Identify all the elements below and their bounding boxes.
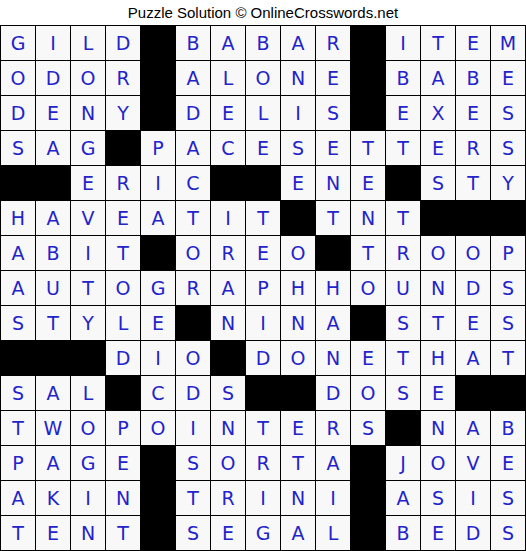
block-cell-r5c1 <box>1 166 36 201</box>
letter-cell-r10c4: D <box>106 341 141 376</box>
letter-cell-r6c12: T <box>386 201 421 236</box>
letter-cell-r8c1: A <box>1 271 36 306</box>
letter-cell-r3c1: D <box>1 96 36 131</box>
letter-cell-r15c8: G <box>246 516 281 551</box>
letter-cell-r4c9: S <box>281 131 316 166</box>
letter-cell-r1c4: D <box>106 26 141 61</box>
block-cell-r14c5 <box>141 481 176 516</box>
letter-cell-r11c1: S <box>1 376 36 411</box>
letter-cell-r6c5: A <box>141 201 176 236</box>
letter-cell-r3c3: N <box>71 96 106 131</box>
letter-cell-r14c2: K <box>36 481 71 516</box>
letter-cell-r2c8: O <box>246 61 281 96</box>
block-cell-r15c5 <box>141 516 176 551</box>
letter-cell-r6c11: N <box>351 201 386 236</box>
letter-cell-r7c14: O <box>456 236 491 271</box>
letter-cell-r10c12: T <box>386 341 421 376</box>
letter-cell-r9c13: T <box>421 306 456 341</box>
block-cell-r1c11 <box>351 26 386 61</box>
letter-cell-r10c15: T <box>491 341 526 376</box>
letter-cell-r5c15: Y <box>491 166 526 201</box>
letter-cell-r5c14: T <box>456 166 491 201</box>
block-cell-r4c4 <box>106 131 141 166</box>
letter-cell-r10c8: D <box>246 341 281 376</box>
block-cell-r5c7 <box>211 166 246 201</box>
letter-cell-r2c10: E <box>316 61 351 96</box>
letter-cell-r14c3: I <box>71 481 106 516</box>
letter-cell-r4c6: A <box>176 131 211 166</box>
block-cell-r11c8 <box>246 376 281 411</box>
letter-cell-r11c13: E <box>421 376 456 411</box>
letter-cell-r1c8: B <box>246 26 281 61</box>
letter-cell-r4c15: S <box>491 131 526 166</box>
letter-cell-r5c10: N <box>316 166 351 201</box>
letter-cell-r12c3: O <box>71 411 106 446</box>
letter-cell-r7c3: I <box>71 236 106 271</box>
block-cell-r7c10 <box>316 236 351 271</box>
letter-cell-r1c9: A <box>281 26 316 61</box>
letter-cell-r2c12: B <box>386 61 421 96</box>
letter-cell-r8c15: S <box>491 271 526 306</box>
letter-cell-r7c6: O <box>176 236 211 271</box>
letter-cell-r6c2: A <box>36 201 71 236</box>
letter-cell-r11c7: S <box>211 376 246 411</box>
block-cell-r6c15 <box>491 201 526 236</box>
letter-cell-r13c10: A <box>316 446 351 481</box>
letter-cell-r8c13: N <box>421 271 456 306</box>
letter-cell-r11c2: A <box>36 376 71 411</box>
block-cell-r9c6 <box>176 306 211 341</box>
letter-cell-r15c13: E <box>421 516 456 551</box>
letter-cell-r14c13: S <box>421 481 456 516</box>
letter-cell-r7c1: A <box>1 236 36 271</box>
letter-cell-r3c12: E <box>386 96 421 131</box>
block-cell-r13c5 <box>141 446 176 481</box>
letter-cell-r13c7: O <box>211 446 246 481</box>
letter-cell-r7c7: R <box>211 236 246 271</box>
letter-cell-r7c8: E <box>246 236 281 271</box>
letter-cell-r9c14: E <box>456 306 491 341</box>
letter-cell-r10c11: E <box>351 341 386 376</box>
letter-cell-r14c1: A <box>1 481 36 516</box>
letter-cell-r13c2: A <box>36 446 71 481</box>
letter-cell-r13c8: R <box>246 446 281 481</box>
letter-cell-r15c4: T <box>106 516 141 551</box>
letter-cell-r13c4: E <box>106 446 141 481</box>
letter-cell-r9c7: N <box>211 306 246 341</box>
letter-cell-r8c12: U <box>386 271 421 306</box>
letter-cell-r13c12: J <box>386 446 421 481</box>
letter-cell-r9c8: I <box>246 306 281 341</box>
letter-cell-r7c12: R <box>386 236 421 271</box>
letter-cell-r4c14: R <box>456 131 491 166</box>
letter-cell-r12c2: W <box>36 411 71 446</box>
letter-cell-r7c15: P <box>491 236 526 271</box>
letter-cell-r4c5: P <box>141 131 176 166</box>
letter-cell-r9c9: N <box>281 306 316 341</box>
letter-cell-r14c15: S <box>491 481 526 516</box>
letter-cell-r1c14: E <box>456 26 491 61</box>
letter-cell-r2c1: O <box>1 61 36 96</box>
block-cell-r6c14 <box>456 201 491 236</box>
block-cell-r10c1 <box>1 341 36 376</box>
letter-cell-r8c2: U <box>36 271 71 306</box>
letter-cell-r3c8: L <box>246 96 281 131</box>
letter-cell-r2c6: A <box>176 61 211 96</box>
letter-cell-r4c13: E <box>421 131 456 166</box>
letter-cell-r4c1: S <box>1 131 36 166</box>
letter-cell-r15c15: S <box>491 516 526 551</box>
letter-cell-r5c5: I <box>141 166 176 201</box>
letter-cell-r12c10: R <box>316 411 351 446</box>
block-cell-r11c15 <box>491 376 526 411</box>
letter-cell-r14c6: T <box>176 481 211 516</box>
letter-cell-r10c10: N <box>316 341 351 376</box>
letter-cell-r13c1: P <box>1 446 36 481</box>
letter-cell-r8c10: H <box>316 271 351 306</box>
letter-cell-r4c12: T <box>386 131 421 166</box>
letter-cell-r2c13: A <box>421 61 456 96</box>
letter-cell-r12c15: B <box>491 411 526 446</box>
letter-cell-r12c8: T <box>246 411 281 446</box>
page-title: Puzzle Solution © OnlineCrosswords.net <box>0 0 526 25</box>
letter-cell-r6c7: I <box>211 201 246 236</box>
block-cell-r14c11 <box>351 481 386 516</box>
letter-cell-r15c7: E <box>211 516 246 551</box>
letter-cell-r3c6: D <box>176 96 211 131</box>
letter-cell-r8c11: O <box>351 271 386 306</box>
block-cell-r13c11 <box>351 446 386 481</box>
letter-cell-r14c7: R <box>211 481 246 516</box>
letter-cell-r12c14: A <box>456 411 491 446</box>
letter-cell-r1c7: A <box>211 26 246 61</box>
letter-cell-r15c3: N <box>71 516 106 551</box>
letter-cell-r12c7: N <box>211 411 246 446</box>
letter-cell-r3c14: E <box>456 96 491 131</box>
letter-cell-r13c13: O <box>421 446 456 481</box>
letter-cell-r12c4: P <box>106 411 141 446</box>
letter-cell-r6c8: T <box>246 201 281 236</box>
letter-cell-r8c14: D <box>456 271 491 306</box>
letter-cell-r13c14: V <box>456 446 491 481</box>
letter-cell-r3c2: E <box>36 96 71 131</box>
block-cell-r12c12 <box>386 411 421 446</box>
letter-cell-r15c14: D <box>456 516 491 551</box>
letter-cell-r2c2: D <box>36 61 71 96</box>
letter-cell-r6c3: V <box>71 201 106 236</box>
block-cell-r6c13 <box>421 201 456 236</box>
letter-cell-r12c9: E <box>281 411 316 446</box>
letter-cell-r7c4: T <box>106 236 141 271</box>
block-cell-r11c4 <box>106 376 141 411</box>
letter-cell-r12c6: I <box>176 411 211 446</box>
letter-cell-r9c12: S <box>386 306 421 341</box>
letter-cell-r15c2: E <box>36 516 71 551</box>
letter-cell-r3c4: Y <box>106 96 141 131</box>
letter-cell-r11c12: S <box>386 376 421 411</box>
block-cell-r2c11 <box>351 61 386 96</box>
letter-cell-r14c12: A <box>386 481 421 516</box>
block-cell-r10c7 <box>211 341 246 376</box>
letter-cell-r8c7: A <box>211 271 246 306</box>
letter-cell-r2c4: R <box>106 61 141 96</box>
letter-cell-r15c6: S <box>176 516 211 551</box>
letter-cell-r4c2: A <box>36 131 71 166</box>
letter-cell-r3c13: X <box>421 96 456 131</box>
crossword-solution-page: Puzzle Solution © OnlineCrosswords.net G… <box>0 0 526 551</box>
letter-cell-r9c1: S <box>1 306 36 341</box>
letter-cell-r5c13: S <box>421 166 456 201</box>
letter-cell-r4c10: E <box>316 131 351 166</box>
letter-cell-r14c10: I <box>316 481 351 516</box>
block-cell-r11c9 <box>281 376 316 411</box>
block-cell-r5c8 <box>246 166 281 201</box>
block-cell-r3c11 <box>351 96 386 131</box>
letter-cell-r15c9: A <box>281 516 316 551</box>
letter-cell-r1c2: I <box>36 26 71 61</box>
letter-cell-r11c5: C <box>141 376 176 411</box>
letter-cell-r1c13: T <box>421 26 456 61</box>
letter-cell-r1c1: G <box>1 26 36 61</box>
letter-cell-r8c6: R <box>176 271 211 306</box>
block-cell-r2c5 <box>141 61 176 96</box>
letter-cell-r8c4: O <box>106 271 141 306</box>
letter-cell-r3c10: S <box>316 96 351 131</box>
letter-cell-r4c7: C <box>211 131 246 166</box>
letter-cell-r5c3: E <box>71 166 106 201</box>
letter-cell-r11c6: D <box>176 376 211 411</box>
letter-cell-r9c10: A <box>316 306 351 341</box>
letter-cell-r8c9: H <box>281 271 316 306</box>
letter-cell-r9c2: T <box>36 306 71 341</box>
letter-cell-r5c6: C <box>176 166 211 201</box>
letter-cell-r9c4: L <box>106 306 141 341</box>
letter-cell-r5c9: E <box>281 166 316 201</box>
letter-cell-r13c9: T <box>281 446 316 481</box>
letter-cell-r12c1: T <box>1 411 36 446</box>
letter-cell-r4c3: G <box>71 131 106 166</box>
letter-cell-r10c6: O <box>176 341 211 376</box>
block-cell-r1c5 <box>141 26 176 61</box>
block-cell-r5c2 <box>36 166 71 201</box>
letter-cell-r15c1: T <box>1 516 36 551</box>
letter-cell-r2c7: L <box>211 61 246 96</box>
letter-cell-r10c14: A <box>456 341 491 376</box>
letter-cell-r3c7: E <box>211 96 246 131</box>
letter-cell-r14c9: N <box>281 481 316 516</box>
letter-cell-r1c10: R <box>316 26 351 61</box>
letter-cell-r1c15: M <box>491 26 526 61</box>
crossword-grid: GILDBABARITEMODORALONEBABEDENYDELISEXESS… <box>0 25 526 551</box>
letter-cell-r2c9: N <box>281 61 316 96</box>
letter-cell-r13c3: G <box>71 446 106 481</box>
letter-cell-r14c14: I <box>456 481 491 516</box>
letter-cell-r7c11: T <box>351 236 386 271</box>
letter-cell-r11c3: L <box>71 376 106 411</box>
letter-cell-r9c15: S <box>491 306 526 341</box>
letter-cell-r2c15: E <box>491 61 526 96</box>
letter-cell-r1c6: B <box>176 26 211 61</box>
letter-cell-r12c5: O <box>141 411 176 446</box>
letter-cell-r15c10: L <box>316 516 351 551</box>
letter-cell-r1c3: L <box>71 26 106 61</box>
letter-cell-r4c11: T <box>351 131 386 166</box>
letter-cell-r15c12: B <box>386 516 421 551</box>
letter-cell-r11c10: D <box>316 376 351 411</box>
letter-cell-r12c11: S <box>351 411 386 446</box>
letter-cell-r2c3: O <box>71 61 106 96</box>
block-cell-r5c12 <box>386 166 421 201</box>
letter-cell-r7c2: B <box>36 236 71 271</box>
letter-cell-r10c5: I <box>141 341 176 376</box>
letter-cell-r13c6: S <box>176 446 211 481</box>
letter-cell-r14c4: N <box>106 481 141 516</box>
letter-cell-r5c4: R <box>106 166 141 201</box>
letter-cell-r6c4: E <box>106 201 141 236</box>
letter-cell-r4c8: E <box>246 131 281 166</box>
block-cell-r6c9 <box>281 201 316 236</box>
letter-cell-r6c10: T <box>316 201 351 236</box>
letter-cell-r13c15: E <box>491 446 526 481</box>
letter-cell-r8c3: T <box>71 271 106 306</box>
letter-cell-r9c5: E <box>141 306 176 341</box>
letter-cell-r10c9: O <box>281 341 316 376</box>
letter-cell-r7c13: O <box>421 236 456 271</box>
letter-cell-r11c11: O <box>351 376 386 411</box>
letter-cell-r1c12: I <box>386 26 421 61</box>
letter-cell-r6c6: T <box>176 201 211 236</box>
block-cell-r3c5 <box>141 96 176 131</box>
block-cell-r11c14 <box>456 376 491 411</box>
block-cell-r7c5 <box>141 236 176 271</box>
letter-cell-r5c11: E <box>351 166 386 201</box>
letter-cell-r10c13: H <box>421 341 456 376</box>
block-cell-r15c11 <box>351 516 386 551</box>
letter-cell-r8c8: P <box>246 271 281 306</box>
letter-cell-r8c5: G <box>141 271 176 306</box>
letter-cell-r3c9: I <box>281 96 316 131</box>
letter-cell-r2c14: B <box>456 61 491 96</box>
letter-cell-r12c13: N <box>421 411 456 446</box>
letter-cell-r14c8: I <box>246 481 281 516</box>
letter-cell-r3c15: S <box>491 96 526 131</box>
letter-cell-r9c3: Y <box>71 306 106 341</box>
block-cell-r9c11 <box>351 306 386 341</box>
letter-cell-r7c9: O <box>281 236 316 271</box>
block-cell-r10c3 <box>71 341 106 376</box>
block-cell-r10c2 <box>36 341 71 376</box>
letter-cell-r6c1: H <box>1 201 36 236</box>
